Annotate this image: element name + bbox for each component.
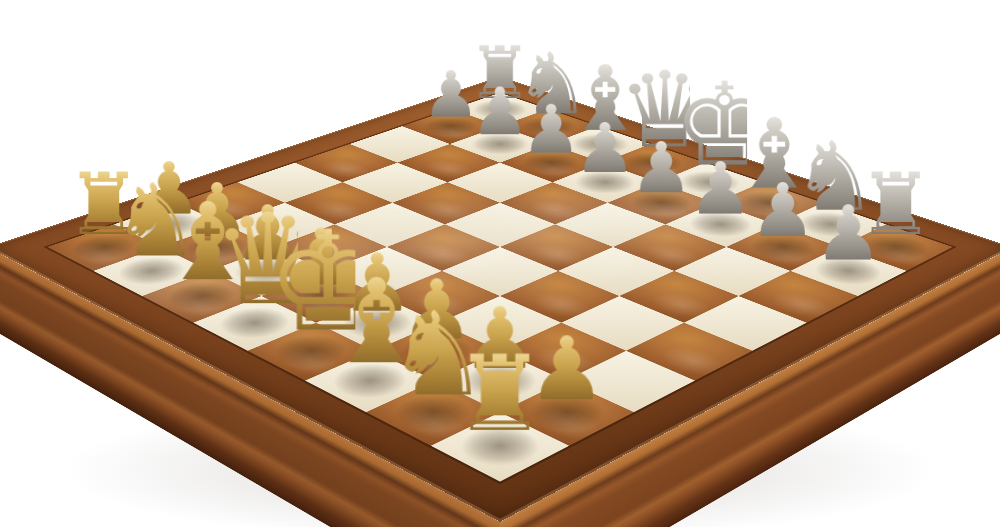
piece-black-pawn-h7[interactable]: ♟ [807,195,889,271]
piece-white-rook-h1[interactable]: ♜ [451,341,549,446]
scene: ♜♞♝♛♚♝♞♜♟♟♟♟♟♟♟♟♟♟♟♟♟♟♟♟♜♞♝♛♚♝♞♜ [0,0,1000,527]
chess-case: ♜♞♝♛♚♝♞♜♟♟♟♟♟♟♟♟♟♟♟♟♟♟♟♟♜♞♝♛♚♝♞♜ [0,76,1000,521]
